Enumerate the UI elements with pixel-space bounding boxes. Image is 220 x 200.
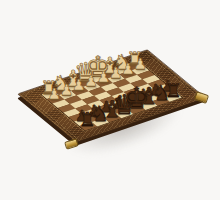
product-photo: ♜♞♝♛♚♝♞♜♟♟♟♟♟♟♟♟♟♟♟♟♟♟♟♟♜♞♝♛♚♝♞♜: [0, 0, 220, 200]
pieces-layer: ♜♞♝♛♚♝♞♜♟♟♟♟♟♟♟♟♟♟♟♟♟♟♟♟♜♞♝♛♚♝♞♜: [0, 0, 220, 200]
chess-piece-white-pawn: ♟: [134, 57, 147, 72]
chess-piece-black-rook: ♜: [165, 81, 182, 100]
